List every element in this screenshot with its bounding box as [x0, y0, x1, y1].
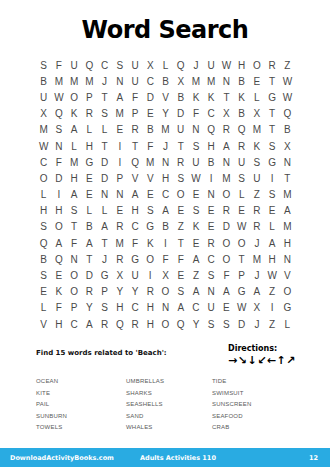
grid-cell[interactable]: P	[127, 106, 142, 122]
grid-cell[interactable]: O	[158, 316, 173, 332]
grid-cell[interactable]: C	[36, 154, 51, 170]
grid-cell[interactable]: M	[219, 170, 234, 186]
grid-cell[interactable]: B	[234, 106, 249, 122]
grid-cell[interactable]: G	[97, 267, 112, 283]
grid-cell[interactable]: U	[127, 267, 142, 283]
grid-cell[interactable]: P	[82, 89, 97, 105]
grid-cell[interactable]: Q	[127, 154, 142, 170]
grid-cell[interactable]: N	[66, 251, 81, 267]
grid-cell[interactable]: C	[127, 300, 142, 316]
grid-cell[interactable]: T	[173, 138, 188, 154]
grid-cell[interactable]: G	[265, 89, 280, 105]
grid-cell[interactable]: H	[234, 57, 249, 73]
grid-cell[interactable]: I	[265, 300, 280, 316]
grid-cell[interactable]: Z	[265, 316, 280, 332]
grid-cell[interactable]: R	[204, 235, 219, 251]
grid-cell[interactable]: I	[143, 267, 158, 283]
grid-cell[interactable]: J	[188, 57, 203, 73]
grid-cell[interactable]: L	[66, 138, 81, 154]
grid-cell[interactable]: U	[127, 73, 142, 89]
grid-cell[interactable]: J	[249, 316, 264, 332]
grid-cell[interactable]: A	[158, 203, 173, 219]
grid-cell[interactable]: R	[249, 203, 264, 219]
grid-cell[interactable]: Q	[234, 122, 249, 138]
grid-cell[interactable]: T	[265, 73, 280, 89]
grid-cell[interactable]: M	[158, 122, 173, 138]
grid-cell[interactable]: H	[66, 170, 81, 186]
grid-cell[interactable]: Z	[265, 284, 280, 300]
grid-cell[interactable]: S	[188, 138, 203, 154]
grid-cell[interactable]: O	[158, 284, 173, 300]
grid-cell[interactable]: J	[97, 73, 112, 89]
grid-cell[interactable]: L	[234, 187, 249, 203]
grid-cell[interactable]: B	[82, 219, 97, 235]
grid-cell[interactable]: L	[36, 187, 51, 203]
grid-cell[interactable]: L	[36, 300, 51, 316]
grid-cell[interactable]: B	[204, 154, 219, 170]
grid-cell[interactable]: D	[234, 316, 249, 332]
grid-cell[interactable]: H	[112, 300, 127, 316]
grid-cell[interactable]: A	[219, 284, 234, 300]
grid-cell[interactable]: V	[280, 267, 295, 283]
grid-cell[interactable]: Q	[112, 316, 127, 332]
grid-cell[interactable]: N	[112, 73, 127, 89]
grid-cell[interactable]: M	[249, 122, 264, 138]
grid-cell[interactable]: A	[127, 187, 142, 203]
grid-cell[interactable]: C	[204, 106, 219, 122]
grid-cell[interactable]: S	[204, 267, 219, 283]
grid-cell[interactable]: Y	[112, 284, 127, 300]
grid-cell[interactable]: E	[188, 187, 203, 203]
grid-cell[interactable]: O	[249, 57, 264, 73]
grid-cell[interactable]: G	[127, 251, 142, 267]
grid-cell[interactable]: N	[204, 187, 219, 203]
grid-cell[interactable]: X	[143, 57, 158, 73]
grid-cell[interactable]: X	[173, 73, 188, 89]
grid-cell[interactable]: T	[66, 219, 81, 235]
grid-cell[interactable]: O	[280, 284, 295, 300]
grid-cell[interactable]: G	[280, 300, 295, 316]
grid-cell[interactable]: K	[249, 138, 264, 154]
grid-cell[interactable]: S	[36, 57, 51, 73]
grid-cell[interactable]: E	[143, 106, 158, 122]
grid-cell[interactable]: C	[204, 251, 219, 267]
grid-cell[interactable]: R	[82, 106, 97, 122]
grid-cell[interactable]: W	[51, 89, 66, 105]
grid-cell[interactable]: U	[36, 89, 51, 105]
grid-cell[interactable]: N	[219, 154, 234, 170]
grid-cell[interactable]: M	[280, 187, 295, 203]
grid-cell[interactable]: F	[158, 251, 173, 267]
grid-cell[interactable]: Y	[127, 284, 142, 300]
grid-cell[interactable]: D	[51, 170, 66, 186]
grid-cell[interactable]: U	[127, 57, 142, 73]
grid-cell[interactable]: A	[112, 89, 127, 105]
grid-cell[interactable]: M	[82, 73, 97, 89]
grid-cell[interactable]: H	[143, 316, 158, 332]
grid-cell[interactable]: Y	[188, 316, 203, 332]
grid-cell[interactable]: S	[265, 138, 280, 154]
grid-cell[interactable]: P	[234, 267, 249, 283]
grid-cell[interactable]: Q	[51, 251, 66, 267]
word-search-page: Word Search SFUQCSUXLQJUWHORZBMMMJNUCBXM…	[0, 0, 330, 467]
grid-cell[interactable]: F	[66, 235, 81, 251]
grid-cell[interactable]: T	[97, 89, 112, 105]
grid-cell[interactable]: B	[36, 251, 51, 267]
grid-cell[interactable]: S	[265, 187, 280, 203]
grid-cell[interactable]: O	[66, 284, 81, 300]
grid-cell[interactable]: F	[127, 89, 142, 105]
grid-cell[interactable]: T	[97, 138, 112, 154]
grid-cell[interactable]: X	[219, 106, 234, 122]
grid-cell[interactable]: Q	[204, 122, 219, 138]
grid-cell[interactable]: V	[36, 316, 51, 332]
grid-cell[interactable]: K	[188, 219, 203, 235]
grid-cell[interactable]: N	[112, 187, 127, 203]
grid-cell[interactable]: Q	[173, 316, 188, 332]
grid-cell[interactable]: G	[234, 284, 249, 300]
grid-cell[interactable]: K	[204, 89, 219, 105]
grid-cell[interactable]: H	[51, 316, 66, 332]
word-item: SEASHELLS	[126, 401, 212, 413]
grid-cell[interactable]: E	[173, 267, 188, 283]
grid-cell[interactable]: B	[158, 73, 173, 89]
grid-cell[interactable]: T	[265, 122, 280, 138]
grid-cell[interactable]: V	[143, 170, 158, 186]
grid-cell[interactable]: R	[97, 316, 112, 332]
grid-cell[interactable]: S	[219, 316, 234, 332]
grid-cell[interactable]: G	[82, 154, 97, 170]
grid-cell[interactable]: E	[188, 235, 203, 251]
grid-cell[interactable]: R	[234, 138, 249, 154]
grid-cell[interactable]: O	[219, 187, 234, 203]
grid-cell[interactable]: H	[265, 251, 280, 267]
grid-cell[interactable]: M	[112, 235, 127, 251]
grid-cell[interactable]: F	[219, 267, 234, 283]
grid-cell[interactable]: F	[51, 300, 66, 316]
grid-cell[interactable]: K	[188, 89, 203, 105]
grid-cell[interactable]: O	[219, 251, 234, 267]
grid-cell[interactable]: A	[265, 235, 280, 251]
grid-cell[interactable]: X	[36, 106, 51, 122]
grid-cell[interactable]: M	[51, 73, 66, 89]
grid-cell[interactable]: M	[143, 154, 158, 170]
grid-cell[interactable]: S	[173, 170, 188, 186]
grid-cell[interactable]: R	[143, 284, 158, 300]
grid-cell[interactable]: F	[188, 106, 203, 122]
grid-cell[interactable]: E	[234, 203, 249, 219]
grid-cell[interactable]: H	[51, 203, 66, 219]
grid-cell[interactable]: S	[204, 316, 219, 332]
grid-cell[interactable]: W	[280, 89, 295, 105]
grid-cell[interactable]: F	[51, 154, 66, 170]
grid-cell[interactable]: B	[158, 219, 173, 235]
grid-cell[interactable]: T	[219, 89, 234, 105]
grid-cell[interactable]: W	[280, 73, 295, 89]
grid-cell[interactable]: A	[51, 235, 66, 251]
grid-cell[interactable]: G	[143, 219, 158, 235]
grid-cell[interactable]: R	[173, 154, 188, 170]
grid-cell[interactable]: L	[97, 203, 112, 219]
grid-cell[interactable]: P	[66, 300, 81, 316]
grid-cell[interactable]: E	[82, 187, 97, 203]
grid-cell[interactable]: Q	[280, 106, 295, 122]
grid-cell[interactable]: V	[127, 170, 142, 186]
grid-cell[interactable]: E	[219, 300, 234, 316]
grid-cell[interactable]: I	[112, 154, 127, 170]
grid-cell[interactable]: Q	[36, 235, 51, 251]
grid-cell[interactable]: H	[204, 138, 219, 154]
grid-cell[interactable]: B	[143, 122, 158, 138]
grid-cell[interactable]: S	[66, 203, 81, 219]
grid-cell[interactable]: S	[51, 122, 66, 138]
grid-cell[interactable]: F	[143, 138, 158, 154]
grid-cell[interactable]: S	[249, 154, 264, 170]
grid-cell[interactable]: D	[219, 219, 234, 235]
grid-cell[interactable]: W	[234, 219, 249, 235]
grid-cell[interactable]: T	[82, 251, 97, 267]
grid-cell[interactable]: K	[51, 284, 66, 300]
grid-cell[interactable]: R	[112, 251, 127, 267]
grid-cell[interactable]: X	[249, 300, 264, 316]
grid-cell[interactable]: E	[265, 203, 280, 219]
grid-cell[interactable]: T	[127, 138, 142, 154]
grid-cell[interactable]: U	[188, 154, 203, 170]
grid-cell[interactable]: I	[112, 138, 127, 154]
grid-cell[interactable]: K	[234, 89, 249, 105]
grid-cell[interactable]: R	[249, 219, 264, 235]
grid-cell[interactable]: E	[249, 73, 264, 89]
grid-cell[interactable]: G	[265, 154, 280, 170]
word-item: SHARKS	[126, 390, 212, 402]
grid-cell[interactable]: N	[97, 187, 112, 203]
grid-cell[interactable]: F	[127, 235, 142, 251]
grid-cell[interactable]: Z	[173, 219, 188, 235]
grid-cell[interactable]: A	[249, 284, 264, 300]
grid-cell[interactable]: T	[280, 170, 295, 186]
grid-cell[interactable]: A	[188, 251, 203, 267]
grid-cell[interactable]: E	[112, 203, 127, 219]
grid-cell[interactable]: I	[158, 235, 173, 251]
grid-cell[interactable]: A	[82, 235, 97, 251]
grid-cell[interactable]: M	[280, 219, 295, 235]
grid-cell[interactable]: B	[280, 122, 295, 138]
grid-cell[interactable]: R	[265, 57, 280, 73]
grid-cell[interactable]: J	[249, 235, 264, 251]
grid-cell[interactable]: D	[82, 267, 97, 283]
grid-cell[interactable]: B	[173, 89, 188, 105]
grid-cell[interactable]: W	[188, 170, 203, 186]
grid-cell[interactable]: O	[219, 235, 234, 251]
direction-arrows-icon: →↘↓↙←↑↗	[228, 354, 296, 367]
word-item: PAIL	[36, 401, 126, 413]
word-item: SWIMSUIT	[212, 390, 298, 402]
grid-cell[interactable]: R	[219, 203, 234, 219]
grid-cell[interactable]: M	[112, 106, 127, 122]
grid-cell[interactable]: L	[97, 122, 112, 138]
grid-cell[interactable]: R	[127, 316, 142, 332]
grid-cell[interactable]: E	[143, 187, 158, 203]
grid-cell[interactable]: O	[51, 219, 66, 235]
grid-cell[interactable]: C	[188, 300, 203, 316]
grid-cell[interactable]: C	[97, 57, 112, 73]
grid-cell[interactable]: Z	[188, 267, 203, 283]
grid-cell[interactable]: A	[280, 203, 295, 219]
grid-cell[interactable]: K	[143, 235, 158, 251]
grid-cell[interactable]: O	[173, 187, 188, 203]
grid-cell[interactable]: W	[36, 138, 51, 154]
grid-cell[interactable]: U	[234, 154, 249, 170]
word-item: SUNBURN	[36, 413, 126, 425]
grid-cell[interactable]: Y	[82, 300, 97, 316]
grid-cell[interactable]: B	[234, 73, 249, 89]
grid-cell[interactable]: O	[66, 267, 81, 283]
grid-cell[interactable]: N	[280, 154, 295, 170]
grid-cell[interactable]: I	[265, 170, 280, 186]
grid-cell[interactable]: N	[204, 284, 219, 300]
grid-cell[interactable]: A	[188, 284, 203, 300]
grid-cell[interactable]: A	[66, 122, 81, 138]
grid-cell[interactable]: Q	[51, 106, 66, 122]
word-item: SEAFOOD	[212, 413, 298, 425]
grid-cell[interactable]: C	[66, 316, 81, 332]
grid-cell[interactable]: S	[97, 106, 112, 122]
grid-cell[interactable]: Q	[173, 57, 188, 73]
grid-cell[interactable]: C	[127, 219, 142, 235]
grid-cell[interactable]: A	[82, 316, 97, 332]
grid-cell[interactable]: Q	[82, 57, 97, 73]
grid-cell[interactable]: X	[158, 267, 173, 283]
grid-cell[interactable]: I	[204, 170, 219, 186]
grid-cell[interactable]: A	[173, 300, 188, 316]
grid-cell[interactable]: T	[97, 235, 112, 251]
grid-cell[interactable]: T	[173, 235, 188, 251]
grid-cell[interactable]: C	[158, 187, 173, 203]
grid-cell[interactable]: M	[66, 154, 81, 170]
grid-cell[interactable]: S	[36, 267, 51, 283]
grid-cell[interactable]: E	[82, 170, 97, 186]
grid-cell[interactable]: L	[280, 316, 295, 332]
grid-cell[interactable]: R	[127, 122, 142, 138]
grid-cell[interactable]: X	[112, 267, 127, 283]
grid-cell[interactable]: C	[143, 73, 158, 89]
grid-cell[interactable]: L	[82, 122, 97, 138]
grid-cell[interactable]: S	[188, 203, 203, 219]
word-item: WHALES	[126, 424, 212, 436]
grid-cell[interactable]: M	[204, 73, 219, 89]
grid-cell[interactable]: F	[173, 251, 188, 267]
grid-cell[interactable]: F	[51, 57, 66, 73]
grid-cell[interactable]: X	[249, 106, 264, 122]
grid-cell[interactable]: S	[173, 284, 188, 300]
grid-cell[interactable]: U	[204, 300, 219, 316]
grid-cell[interactable]: P	[112, 170, 127, 186]
grid-cell[interactable]: M	[188, 73, 203, 89]
grid-cell[interactable]: H	[127, 203, 142, 219]
grid-cell[interactable]: L	[82, 203, 97, 219]
word-item: KITE	[36, 390, 126, 402]
grid-cell[interactable]: N	[280, 251, 295, 267]
grid-cell[interactable]: E	[36, 284, 51, 300]
grid-cell[interactable]: I	[51, 187, 66, 203]
grid-cell[interactable]: H	[36, 203, 51, 219]
grid-cell[interactable]: V	[158, 89, 173, 105]
grid-cell[interactable]: O	[66, 89, 81, 105]
grid-cell[interactable]: H	[82, 138, 97, 154]
grid-cell[interactable]: J	[249, 267, 264, 283]
grid-cell[interactable]: W	[219, 57, 234, 73]
grid-cell[interactable]: J	[97, 251, 112, 267]
grid-cell[interactable]: L	[158, 57, 173, 73]
grid-cell[interactable]: J	[158, 138, 173, 154]
grid-cell[interactable]: S	[36, 219, 51, 235]
grid-cell[interactable]: T	[234, 251, 249, 267]
word-column: OCEANKITEPAILSUNBURNTOWELS	[36, 378, 126, 436]
grid-cell[interactable]: O	[36, 170, 51, 186]
grid-cell[interactable]: E	[112, 122, 127, 138]
grid-cell[interactable]: E	[51, 267, 66, 283]
grid-cell[interactable]: X	[280, 138, 295, 154]
grid-cell[interactable]: O	[234, 235, 249, 251]
grid-cell[interactable]: Z	[249, 187, 264, 203]
grid-cell[interactable]: E	[204, 219, 219, 235]
grid-cell[interactable]: L	[265, 219, 280, 235]
grid-cell[interactable]: N	[219, 73, 234, 89]
grid-cell[interactable]: N	[158, 300, 173, 316]
grid-cell[interactable]: E	[173, 203, 188, 219]
grid-cell[interactable]: S	[112, 57, 127, 73]
grid-cell[interactable]: L	[249, 89, 264, 105]
grid-cell[interactable]: S	[97, 300, 112, 316]
grid-cell[interactable]: N	[188, 122, 203, 138]
grid-cell[interactable]: A	[97, 219, 112, 235]
grid-cell[interactable]: R	[219, 122, 234, 138]
grid-cell[interactable]: U	[66, 57, 81, 73]
grid-cell[interactable]: D	[143, 89, 158, 105]
grid-cell[interactable]: D	[97, 154, 112, 170]
grid-cell[interactable]: M	[249, 251, 264, 267]
grid-cell[interactable]: O	[143, 251, 158, 267]
grid-cell[interactable]: B	[36, 73, 51, 89]
grid-cell[interactable]: D	[97, 170, 112, 186]
grid-cell[interactable]: Z	[280, 57, 295, 73]
grid-cell[interactable]: W	[234, 300, 249, 316]
grid-cell[interactable]: K	[66, 106, 81, 122]
grid-cell[interactable]: R	[112, 219, 127, 235]
grid-cell[interactable]: U	[204, 57, 219, 73]
grid-cell[interactable]: U	[173, 122, 188, 138]
grid-cell[interactable]: R	[82, 284, 97, 300]
grid-cell[interactable]: A	[66, 187, 81, 203]
grid-cell[interactable]: U	[249, 170, 264, 186]
grid-cell[interactable]: E	[204, 203, 219, 219]
grid-cell[interactable]: D	[173, 106, 188, 122]
grid-cell[interactable]: Y	[158, 106, 173, 122]
grid-cell[interactable]: P	[97, 284, 112, 300]
grid-cell[interactable]: H	[280, 235, 295, 251]
grid-cell[interactable]: T	[265, 106, 280, 122]
grid-cell[interactable]: A	[219, 138, 234, 154]
grid-cell[interactable]: S	[234, 170, 249, 186]
grid-cell[interactable]: N	[158, 154, 173, 170]
grid-cell[interactable]: W	[265, 267, 280, 283]
grid-cell[interactable]: H	[158, 170, 173, 186]
grid-cell[interactable]: S	[143, 203, 158, 219]
grid-cell[interactable]: M	[66, 73, 81, 89]
grid-cell[interactable]: N	[51, 138, 66, 154]
grid-cell[interactable]: M	[36, 122, 51, 138]
grid-cell[interactable]: H	[143, 300, 158, 316]
